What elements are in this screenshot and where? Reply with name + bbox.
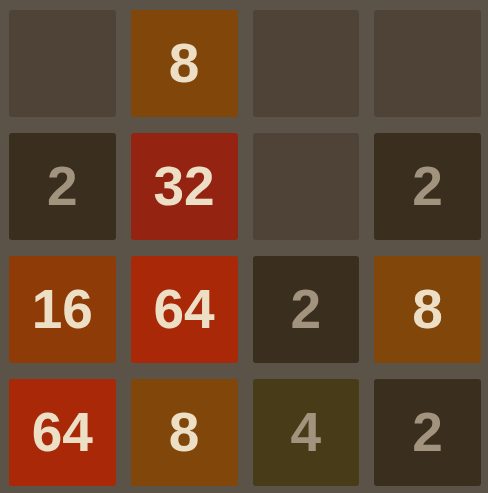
tile-r4c4-2: 2 xyxy=(374,379,481,486)
tile-r4c3-4: 4 xyxy=(253,379,360,486)
empty-cell-r1c1 xyxy=(9,10,116,117)
empty-cell-r1c3 xyxy=(253,10,360,117)
board-2048[interactable]: 8232216642864842 xyxy=(0,0,488,493)
tile-r2c2-32: 32 xyxy=(131,133,238,240)
tile-r2c4-2: 2 xyxy=(374,133,481,240)
tile-r4c2-8: 8 xyxy=(131,379,238,486)
tile-r4c1-64: 64 xyxy=(9,379,116,486)
empty-cell-r1c4 xyxy=(374,10,481,117)
tile-r3c3-2: 2 xyxy=(253,256,360,363)
tile-r3c1-16: 16 xyxy=(9,256,116,363)
tile-r2c1-2: 2 xyxy=(9,133,116,240)
tile-r1c2-8: 8 xyxy=(131,10,238,117)
empty-cell-r2c3 xyxy=(253,133,360,240)
tile-r3c2-64: 64 xyxy=(131,256,238,363)
tile-r3c4-8: 8 xyxy=(374,256,481,363)
